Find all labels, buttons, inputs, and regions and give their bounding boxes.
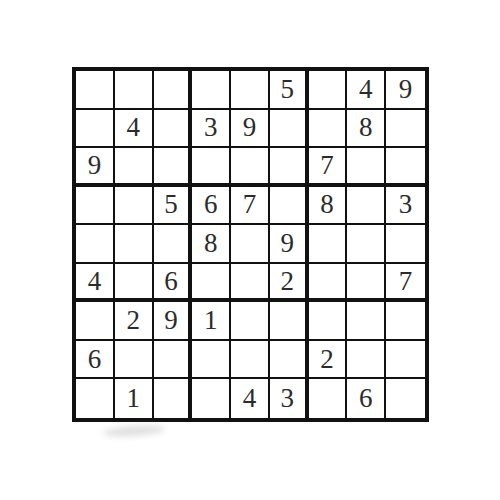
cell-r4c7: 8 (309, 187, 348, 226)
cell-r9c7[interactable] (309, 379, 348, 418)
cell-r9c8: 6 (347, 379, 386, 418)
cell-r6c6: 2 (270, 264, 309, 303)
cell-r1c8: 4 (347, 71, 386, 110)
cell-r2c6[interactable] (270, 110, 309, 149)
cell-r5c2[interactable] (115, 225, 154, 264)
cell-r9c1[interactable] (76, 379, 115, 418)
cell-r4c6[interactable] (270, 187, 309, 226)
cell-r7c6[interactable] (270, 302, 309, 341)
given-digit: 8 (204, 230, 218, 257)
cell-r4c4: 6 (192, 187, 231, 226)
given-digit: 3 (281, 385, 295, 412)
sudoku-board: 54943989756783894627291621436 (72, 67, 429, 422)
cell-r6c4[interactable] (192, 264, 231, 303)
cell-r1c2[interactable] (115, 71, 154, 110)
sudoku-page: 54943989756783894627291621436 (0, 0, 500, 500)
smudge-artifact (103, 424, 166, 438)
given-digit: 3 (399, 191, 413, 218)
cell-r6c3: 6 (154, 264, 193, 303)
given-digit: 4 (359, 76, 373, 103)
cell-r3c5[interactable] (231, 148, 270, 187)
given-digit: 7 (399, 268, 413, 295)
cell-r1c6: 5 (270, 71, 309, 110)
cell-r6c2[interactable] (115, 264, 154, 303)
given-digit: 9 (164, 307, 178, 334)
cell-r4c5: 7 (231, 187, 270, 226)
given-digit: 5 (281, 76, 295, 103)
cell-r7c7[interactable] (309, 302, 348, 341)
cell-r2c9[interactable] (386, 110, 425, 149)
cell-r8c9[interactable] (386, 341, 425, 380)
cell-r3c3[interactable] (154, 148, 193, 187)
cell-r1c3[interactable] (154, 71, 193, 110)
given-digit: 6 (164, 268, 178, 295)
cell-r9c6: 3 (270, 379, 309, 418)
cell-r9c4[interactable] (192, 379, 231, 418)
cell-r4c9: 3 (386, 187, 425, 226)
cell-r3c9[interactable] (386, 148, 425, 187)
cell-r3c7: 7 (309, 148, 348, 187)
given-digit: 8 (320, 191, 334, 218)
cell-r1c9: 9 (386, 71, 425, 110)
given-digit: 8 (359, 114, 373, 141)
cell-r5c4: 8 (192, 225, 231, 264)
cell-r2c3[interactable] (154, 110, 193, 149)
cell-r2c1[interactable] (76, 110, 115, 149)
cell-r8c4[interactable] (192, 341, 231, 380)
given-digit: 4 (88, 268, 102, 295)
cell-r9c2: 1 (115, 379, 154, 418)
cell-r8c5[interactable] (231, 341, 270, 380)
cell-r3c1: 9 (76, 148, 115, 187)
cell-r5c1[interactable] (76, 225, 115, 264)
cell-r2c7[interactable] (309, 110, 348, 149)
cell-r7c1[interactable] (76, 302, 115, 341)
cell-r5c5[interactable] (231, 225, 270, 264)
cell-r6c8[interactable] (347, 264, 386, 303)
cell-r9c3[interactable] (154, 379, 193, 418)
cell-r6c7[interactable] (309, 264, 348, 303)
given-digit: 7 (243, 191, 257, 218)
cell-r8c8[interactable] (347, 341, 386, 380)
cell-r1c4[interactable] (192, 71, 231, 110)
cell-r2c2: 4 (115, 110, 154, 149)
given-digit: 3 (204, 114, 218, 141)
cell-r7c8[interactable] (347, 302, 386, 341)
cell-r7c4: 1 (192, 302, 231, 341)
cell-r7c3: 9 (154, 302, 193, 341)
cell-r6c5[interactable] (231, 264, 270, 303)
cell-r3c8[interactable] (347, 148, 386, 187)
cell-r8c3[interactable] (154, 341, 193, 380)
cell-r1c7[interactable] (309, 71, 348, 110)
given-digit: 1 (204, 307, 218, 334)
cell-r4c8[interactable] (347, 187, 386, 226)
cell-r3c6[interactable] (270, 148, 309, 187)
cell-r7c2: 2 (115, 302, 154, 341)
cell-r7c5[interactable] (231, 302, 270, 341)
cell-r2c8: 8 (347, 110, 386, 149)
cell-r5c8[interactable] (347, 225, 386, 264)
cell-r9c9[interactable] (386, 379, 425, 418)
cell-r4c2[interactable] (115, 187, 154, 226)
given-digit: 4 (243, 385, 257, 412)
cell-r6c9: 7 (386, 264, 425, 303)
given-digit: 2 (281, 268, 295, 295)
cell-r5c6: 9 (270, 225, 309, 264)
given-digit: 6 (88, 346, 102, 373)
cell-r3c4[interactable] (192, 148, 231, 187)
cell-r4c1[interactable] (76, 187, 115, 226)
cell-r8c7: 2 (309, 341, 348, 380)
given-digit: 9 (88, 152, 102, 179)
cell-r2c4: 3 (192, 110, 231, 149)
cell-r5c7[interactable] (309, 225, 348, 264)
cell-r2c5: 9 (231, 110, 270, 149)
cell-r6c1: 4 (76, 264, 115, 303)
given-digit: 6 (359, 385, 373, 412)
cell-r5c9[interactable] (386, 225, 425, 264)
cell-r3c2[interactable] (115, 148, 154, 187)
given-digit: 1 (126, 385, 140, 412)
given-digit: 5 (164, 191, 178, 218)
cell-r8c2[interactable] (115, 341, 154, 380)
given-digit: 6 (204, 191, 218, 218)
given-digit: 4 (126, 114, 140, 141)
cell-r7c9[interactable] (386, 302, 425, 341)
given-digit: 2 (126, 307, 140, 334)
given-digit: 7 (320, 152, 334, 179)
cell-r9c5: 4 (231, 379, 270, 418)
cell-r1c5[interactable] (231, 71, 270, 110)
cell-r4c3: 5 (154, 187, 193, 226)
cell-r5c3[interactable] (154, 225, 193, 264)
given-digit: 9 (243, 114, 257, 141)
cell-r8c6[interactable] (270, 341, 309, 380)
given-digit: 9 (399, 76, 413, 103)
cell-r1c1[interactable] (76, 71, 115, 110)
given-digit: 9 (281, 230, 295, 257)
cell-r8c1: 6 (76, 341, 115, 380)
given-digit: 2 (320, 346, 334, 373)
